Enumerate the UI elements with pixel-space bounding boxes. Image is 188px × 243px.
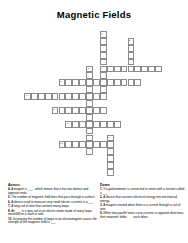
crossword-cell[interactable] [93,79,100,86]
crossword-cell[interactable]: 8 [65,121,72,128]
crossword-cell[interactable] [128,52,135,59]
across-header: Across [8,183,98,187]
crossword-cell[interactable] [79,93,86,100]
crossword-cell[interactable]: 3 [86,66,93,73]
crossword-cell[interactable] [100,45,107,52]
crossword-cell[interactable] [128,79,135,86]
crossword-cell[interactable] [128,45,135,52]
crossword-cell[interactable] [100,59,107,66]
crossword-cell[interactable] [107,79,114,86]
clue-number: 10 [60,142,63,145]
crossword-cell[interactable] [86,79,93,86]
down-clues-section: Down 1. If a galvanometer is connected i… [100,183,186,241]
crossword-cell[interactable] [141,66,148,73]
clue-item: 1. If a galvanometer is connected in ser… [100,188,186,195]
crossword-cell[interactable] [86,135,93,142]
page-title: Magnetic Fields [0,9,188,20]
crossword-cell[interactable] [100,38,107,45]
crossword-cell[interactable] [128,66,135,73]
crossword-cell[interactable] [100,107,107,114]
crossword-cell[interactable] [86,93,93,100]
crossword-cell[interactable] [100,72,107,79]
crossword-cell[interactable]: 10 [59,141,66,148]
crossword-cell[interactable] [100,79,107,86]
crossword-cell[interactable] [65,93,72,100]
down-header: Down [100,183,186,187]
crossword-cell[interactable] [65,141,72,148]
crossword-cell[interactable] [65,107,72,114]
clue-number: 9 [108,136,109,139]
crossword-cell[interactable] [59,93,66,100]
crossword-cell[interactable] [86,148,93,155]
crossword-cell[interactable] [31,93,38,100]
crossword-cell[interactable] [155,66,162,73]
clue-number: 4 [101,67,102,70]
crossword-cell[interactable] [65,79,72,86]
crossword-cell[interactable] [121,79,128,86]
crossword-cell[interactable] [59,107,66,114]
clue-item: 10. Increasing the number of loops in an… [8,217,98,224]
crossword-cell[interactable] [114,79,121,86]
clue-item: 9. When two parallel wires carry current… [100,212,186,219]
clue-item: 2. A device that converts electrical ene… [100,196,186,203]
crossword-cell[interactable] [93,141,100,148]
crossword-cell[interactable] [93,107,100,114]
crossword-cell[interactable] [114,121,121,128]
crossword-cell[interactable] [121,66,128,73]
crossword-cell[interactable] [128,59,135,66]
crossword-cell[interactable] [86,100,93,107]
crossword-cell[interactable] [72,93,79,100]
crossword-cell[interactable] [100,141,107,148]
clue-item: 4. A magnet is ___ , which means that it… [8,188,98,195]
clue-number: 8 [67,122,68,125]
crossword-cell[interactable] [72,121,79,128]
crossword-cell[interactable]: 7 [52,107,59,114]
clue-item: 6. A device used to measure very small e… [8,200,98,204]
clue-number: 2 [129,39,130,42]
crossword-cell[interactable] [100,86,107,93]
clue-item: 8. An ___ is a wire coil in an electric … [8,209,98,216]
crossword-cell[interactable] [86,72,93,79]
crossword-cell[interactable] [79,79,86,86]
crossword-cell[interactable] [93,121,100,128]
crossword-cell[interactable] [100,52,107,59]
crossword-cell[interactable] [86,86,93,93]
crossword-cell[interactable] [107,148,114,155]
crossword-cell[interactable] [72,79,79,86]
clue-item: 3. A magnet created when there is a curr… [100,204,186,211]
crossword-cell[interactable] [134,66,141,73]
crossword-cell[interactable] [107,162,114,169]
crossword-cell[interactable] [79,141,86,148]
across-clue-list: 4. A magnet is ___ , which means that it… [8,188,98,225]
crossword-cell[interactable] [38,93,45,100]
clue-item: 5. The number of magnetic field lines th… [8,196,98,200]
crossword-cell[interactable]: 4 [100,66,107,73]
crossword-cell[interactable]: 6 [24,93,31,100]
crossword-cell[interactable] [72,107,79,114]
crossword-cell[interactable] [100,121,107,128]
crossword-grid: 12345678910 [24,31,164,177]
clue-number: 5 [60,80,61,83]
crossword-cell[interactable] [86,128,93,135]
clue-number: 3 [88,67,89,70]
crossword-cell[interactable] [86,107,93,114]
crossword-cell[interactable] [134,79,141,86]
crossword-cell[interactable] [148,66,155,73]
crossword-cell[interactable] [107,66,114,73]
crossword-cell[interactable]: 2 [128,38,135,45]
clue-number: 1 [101,32,102,35]
clue-item: 7. A long coil of wire that contains man… [8,205,98,209]
crossword-cell[interactable] [107,155,114,162]
crossword-cell[interactable] [114,66,121,73]
crossword-cell[interactable] [93,93,100,100]
down-clue-list: 1. If a galvanometer is connected in ser… [100,188,186,219]
crossword-cell[interactable] [107,141,114,148]
crossword-cell[interactable] [79,121,86,128]
crossword-cell[interactable]: 9 [107,135,114,142]
crossword-cell[interactable] [79,107,86,114]
across-clues-section: Across 4. A magnet is ___ , which means … [8,183,98,241]
crossword-cell[interactable] [86,141,93,148]
clue-number: 7 [53,108,54,111]
crossword-cell[interactable] [86,121,93,128]
crossword-cell[interactable] [52,93,59,100]
clue-number: 6 [26,94,27,97]
crossword-cell[interactable] [72,141,79,148]
crossword-cell[interactable] [45,93,52,100]
crossword-cell[interactable] [107,169,114,176]
crossword-cell[interactable]: 5 [59,79,66,86]
crossword-cell[interactable] [100,93,107,100]
crossword-cell[interactable] [107,121,114,128]
crossword-cell[interactable] [86,114,93,121]
crossword-cell[interactable]: 1 [100,31,107,38]
